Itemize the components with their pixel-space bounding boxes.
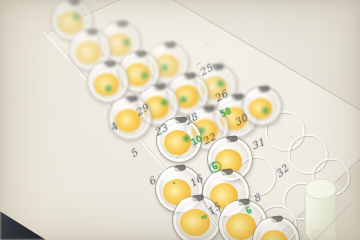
vial-rim-mark (68, 0, 81, 6)
vial-rim-mark (174, 164, 187, 172)
vial-rim-mark (164, 41, 177, 49)
vial-rim-mark (258, 85, 271, 93)
yellow-liquid (76, 41, 101, 63)
vial-rim-mark (135, 50, 148, 58)
vial-rim-mark (125, 95, 138, 103)
green-marker-speck (121, 38, 132, 47)
vial-rim-mark (104, 60, 117, 68)
green-marker-speck (159, 98, 170, 107)
vial-rim-mark (86, 28, 99, 36)
green-marker-speck (215, 79, 226, 88)
green-marker-speck (178, 95, 189, 104)
vial-rim-mark (202, 105, 215, 113)
vial-rim-mark (154, 83, 167, 91)
green-marker-speck (159, 63, 170, 72)
vial-rim-mark (192, 194, 205, 202)
vial-rim-mark (116, 20, 129, 28)
green-marker-speck (139, 71, 150, 80)
green-cap-label: · (172, 179, 175, 188)
vial-rim-mark (221, 168, 234, 176)
vial-rim-mark (225, 135, 238, 143)
green-marker-speck (71, 12, 82, 21)
vial-rim-mark (271, 215, 284, 223)
green-marker-speck (103, 84, 114, 93)
green-marker-speck (260, 106, 271, 115)
vial-rim-mark (184, 72, 197, 80)
yellow-liquid (260, 230, 289, 240)
lab-photo-scene: 45681516222325262829303132~~~~581066≈· (0, 0, 360, 240)
